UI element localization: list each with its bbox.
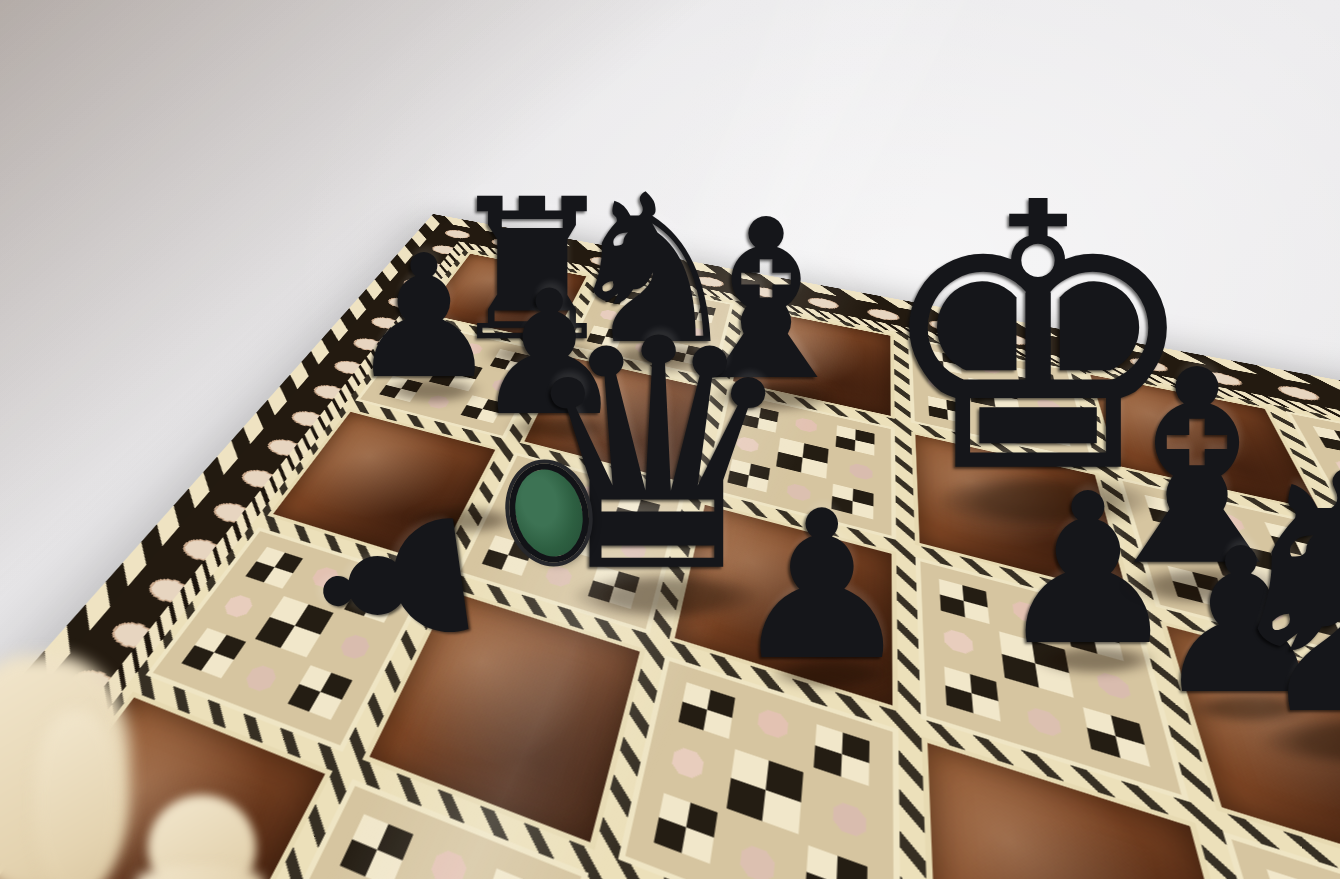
chess-photo-scene: ♜♞♝♚♟♟♛♟♟♟♝♟♞ [0,0,1340,879]
board-border-stripe-band [0,0,1340,879]
board-border-pearl-band [0,0,1340,879]
board-border-pinstripe-band [0,0,1340,879]
board-grid [0,0,1340,879]
chessboard-3d [0,0,1340,879]
